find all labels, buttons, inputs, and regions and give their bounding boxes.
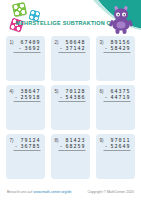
subtraction-block: 79124 -36785 bbox=[13, 138, 40, 166]
answer-space bbox=[103, 151, 130, 166]
subtrahend: 58429 bbox=[110, 46, 130, 52]
problem-card-5: 5) 70128 -54386 bbox=[51, 85, 90, 130]
problem-number: 1) bbox=[10, 40, 14, 45]
problem-number: 9) bbox=[100, 138, 104, 143]
subtrahend: 54386 bbox=[65, 95, 85, 101]
subtrahend: 52649 bbox=[110, 144, 130, 150]
answer-space bbox=[58, 102, 85, 117]
answer-space bbox=[13, 53, 40, 68]
subtraction-block: 89156 -58429 bbox=[103, 40, 130, 68]
problem-card-6: 6) 64375 -44719 bbox=[96, 85, 135, 130]
subtrahend: 44719 bbox=[110, 95, 130, 101]
problem-card-9: 9) 97011 -52649 bbox=[96, 134, 135, 179]
problem-number: 8) bbox=[55, 138, 59, 143]
problem-number: 6) bbox=[100, 89, 104, 94]
monster-eye bbox=[122, 13, 126, 17]
subtrahend-row: -52649 bbox=[103, 144, 130, 151]
footer: Besucht uns aufwww.math-center.org/de Co… bbox=[7, 190, 134, 194]
worksheet-page: MEHRSTELLIGE SUBTRAKTION QUIZ 4 1) 67409… bbox=[0, 0, 141, 200]
problem-card-8: 8) 81423 -68259 bbox=[51, 134, 90, 179]
subtraction-block: 38647 -25918 bbox=[13, 89, 40, 117]
subtrahend-row: -36785 bbox=[13, 144, 40, 151]
subtrahend-row: -54386 bbox=[58, 95, 85, 102]
header: MEHRSTELLIGE SUBTRAKTION QUIZ 4 bbox=[0, 0, 141, 35]
minus-sign: - bbox=[18, 46, 22, 52]
footer-visit-text: Besucht uns auf bbox=[7, 190, 32, 194]
monster-leg bbox=[123, 30, 127, 35]
monster-mascot bbox=[111, 7, 131, 34]
problem-card-2: 2) 50648 -37142 bbox=[51, 36, 90, 81]
monster-belly bbox=[117, 22, 126, 29]
subtrahend-row: -68259 bbox=[58, 144, 85, 151]
problem-card-3: 3) 89156 -58429 bbox=[96, 36, 135, 81]
monster-leg bbox=[116, 30, 120, 35]
answer-space bbox=[58, 151, 85, 166]
minus-sign: - bbox=[104, 144, 108, 150]
minus-sign: - bbox=[59, 46, 63, 52]
subtrahend: 68259 bbox=[65, 144, 85, 150]
problem-card-7: 7) 79124 -36785 bbox=[6, 134, 45, 179]
minus-sign: - bbox=[59, 144, 63, 150]
subtraction-block: 50648 -37142 bbox=[58, 40, 85, 68]
answer-space bbox=[103, 53, 130, 68]
subtrahend-row: -37142 bbox=[58, 46, 85, 53]
subtrahend-row: -44719 bbox=[103, 95, 130, 102]
subtraction-block: 81423 -68259 bbox=[58, 138, 85, 166]
answer-space bbox=[13, 151, 40, 166]
answer-space bbox=[58, 53, 85, 68]
problem-number: 7) bbox=[10, 138, 14, 143]
subtrahend: 25918 bbox=[20, 95, 40, 101]
subtraction-block: 67409 -3692 bbox=[13, 40, 40, 68]
subtrahend-row: -3692 bbox=[13, 46, 40, 53]
minus-sign: - bbox=[14, 95, 18, 101]
minus-sign: - bbox=[104, 95, 108, 101]
subtrahend: 37142 bbox=[65, 46, 85, 52]
subtrahend: 3692 bbox=[24, 46, 40, 52]
subtraction-block: 70128 -54386 bbox=[58, 89, 85, 117]
problem-number: 2) bbox=[55, 40, 59, 45]
website-link[interactable]: www.math-center.org/de bbox=[34, 190, 72, 194]
green-die-icon bbox=[12, 2, 27, 17]
minus-sign: - bbox=[104, 46, 108, 52]
subtraction-block: 97011 -52649 bbox=[103, 138, 130, 166]
subtrahend: 36785 bbox=[20, 144, 40, 150]
problem-card-1: 1) 67409 -3692 bbox=[6, 36, 45, 81]
problem-card-4: 4) 38647 -25918 bbox=[6, 85, 45, 130]
problem-grid: 1) 67409 -3692 2) 50648 -37142 3) 89156 … bbox=[6, 36, 135, 179]
monster-eye bbox=[116, 13, 120, 17]
minus-sign: - bbox=[14, 144, 18, 150]
problem-number: 4) bbox=[10, 89, 14, 94]
problem-number: 5) bbox=[55, 89, 59, 94]
footer-visit: Besucht uns aufwww.math-center.org/de bbox=[7, 190, 71, 194]
subtrahend-row: -25918 bbox=[13, 95, 40, 102]
footer-copyright: Copyright © MathCenter 2020 bbox=[87, 190, 134, 194]
problem-number: 3) bbox=[100, 40, 104, 45]
answer-space bbox=[103, 102, 130, 117]
minus-sign: - bbox=[59, 95, 63, 101]
subtraction-block: 64375 -44719 bbox=[103, 89, 130, 117]
answer-space bbox=[13, 102, 40, 117]
subtrahend-row: -58429 bbox=[103, 46, 130, 53]
